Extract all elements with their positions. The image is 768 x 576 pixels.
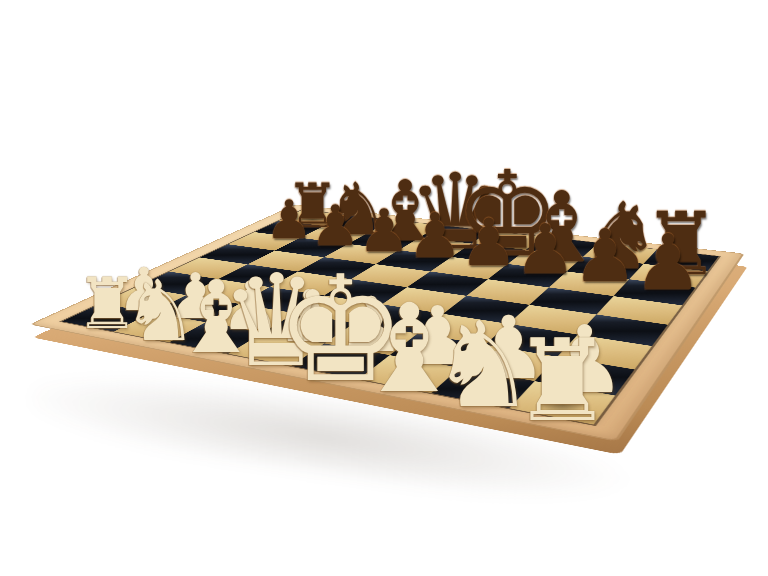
chess-set-photo: ♜♞♝♛♚♝♞♜♟♟♟♟♟♟♟♟♟♟♟♟♟♟♟♟♜♞♝♛♚♝♞♜ bbox=[0, 0, 768, 576]
piece-white-rook-h1[interactable]: ♜ bbox=[449, 325, 676, 439]
piece-black-pawn-h7[interactable]: ♟ bbox=[592, 225, 745, 302]
